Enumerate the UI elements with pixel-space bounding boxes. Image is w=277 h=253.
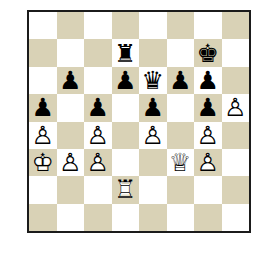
square-e5[interactable]: ♟ [139,94,167,121]
piece-white-rook: ♜♖ [114,177,136,202]
square-d8[interactable] [112,12,140,39]
square-h2[interactable] [222,176,250,203]
square-d3[interactable] [112,149,140,176]
square-c8[interactable] [84,12,112,39]
square-b3[interactable]: ♟♙ [57,149,85,176]
square-c1[interactable] [84,204,112,231]
square-d1[interactable] [112,204,140,231]
square-f6[interactable]: ♟ [167,67,195,94]
piece-white-pawn: ♟♙ [197,123,219,148]
square-a1[interactable] [29,204,57,231]
square-f4[interactable] [167,122,195,149]
square-b8[interactable] [57,12,85,39]
square-g7[interactable]: ♚ [194,39,222,66]
square-g1[interactable] [194,204,222,231]
square-h1[interactable] [222,204,250,231]
piece-white-king: ♚♔ [32,150,54,175]
square-b1[interactable] [57,204,85,231]
piece-white-pawn: ♟♙ [87,150,109,175]
square-b5[interactable] [57,94,85,121]
square-d4[interactable] [112,122,140,149]
square-d7[interactable]: ♜ [112,39,140,66]
square-h6[interactable] [222,67,250,94]
square-e4[interactable]: ♟♙ [139,122,167,149]
square-h7[interactable] [222,39,250,66]
square-g8[interactable] [194,12,222,39]
square-c4[interactable]: ♟♙ [84,122,112,149]
square-h3[interactable] [222,149,250,176]
page: ♜♚♟♟♛♟♟♟♟♟♟♟♙♟♙♟♙♟♙♟♙♚♔♟♙♟♙♛♕♟♙♜♖ [0,0,277,253]
square-g2[interactable] [194,176,222,203]
square-c7[interactable] [84,39,112,66]
square-c2[interactable] [84,176,112,203]
square-d5[interactable] [112,94,140,121]
piece-white-pawn: ♟♙ [224,95,246,120]
piece-white-pawn: ♟♙ [32,123,54,148]
square-d2[interactable]: ♜♖ [112,176,140,203]
square-e2[interactable] [139,176,167,203]
square-a6[interactable] [29,67,57,94]
square-e1[interactable] [139,204,167,231]
square-a5[interactable]: ♟ [29,94,57,121]
piece-black-pawn: ♟ [87,95,109,120]
square-g6[interactable]: ♟ [194,67,222,94]
square-f3[interactable]: ♛♕ [167,149,195,176]
square-a3[interactable]: ♚♔ [29,149,57,176]
piece-white-pawn: ♟♙ [197,150,219,175]
square-g5[interactable]: ♟ [194,94,222,121]
square-c5[interactable]: ♟ [84,94,112,121]
square-g3[interactable]: ♟♙ [194,149,222,176]
piece-white-pawn: ♟♙ [59,150,81,175]
piece-black-king: ♚ [197,41,219,66]
square-c3[interactable]: ♟♙ [84,149,112,176]
square-h5[interactable]: ♟♙ [222,94,250,121]
piece-black-queen: ♛ [142,68,164,93]
piece-white-pawn: ♟♙ [142,123,164,148]
square-e7[interactable] [139,39,167,66]
piece-black-pawn: ♟ [197,68,219,93]
square-h8[interactable] [222,12,250,39]
piece-black-pawn: ♟ [169,68,191,93]
square-b6[interactable]: ♟ [57,67,85,94]
piece-black-pawn: ♟ [59,68,81,93]
piece-black-pawn: ♟ [197,95,219,120]
square-f8[interactable] [167,12,195,39]
square-a2[interactable] [29,176,57,203]
square-g4[interactable]: ♟♙ [194,122,222,149]
square-b7[interactable] [57,39,85,66]
piece-black-pawn: ♟ [142,95,164,120]
square-f5[interactable] [167,94,195,121]
square-d6[interactable]: ♟ [112,67,140,94]
square-b2[interactable] [57,176,85,203]
square-a4[interactable]: ♟♙ [29,122,57,149]
square-e3[interactable] [139,149,167,176]
square-f1[interactable] [167,204,195,231]
piece-black-pawn: ♟ [32,95,54,120]
piece-white-pawn: ♟♙ [87,123,109,148]
square-f7[interactable] [167,39,195,66]
piece-black-pawn: ♟ [114,68,136,93]
square-c6[interactable] [84,67,112,94]
square-e8[interactable] [139,12,167,39]
square-b4[interactable] [57,122,85,149]
piece-white-queen: ♛♕ [169,150,191,175]
piece-black-rook: ♜ [114,41,136,66]
square-a7[interactable] [29,39,57,66]
chess-board: ♜♚♟♟♛♟♟♟♟♟♟♟♙♟♙♟♙♟♙♟♙♚♔♟♙♟♙♛♕♟♙♜♖ [27,10,251,233]
square-h4[interactable] [222,122,250,149]
square-f2[interactable] [167,176,195,203]
square-a8[interactable] [29,12,57,39]
square-e6[interactable]: ♛ [139,67,167,94]
